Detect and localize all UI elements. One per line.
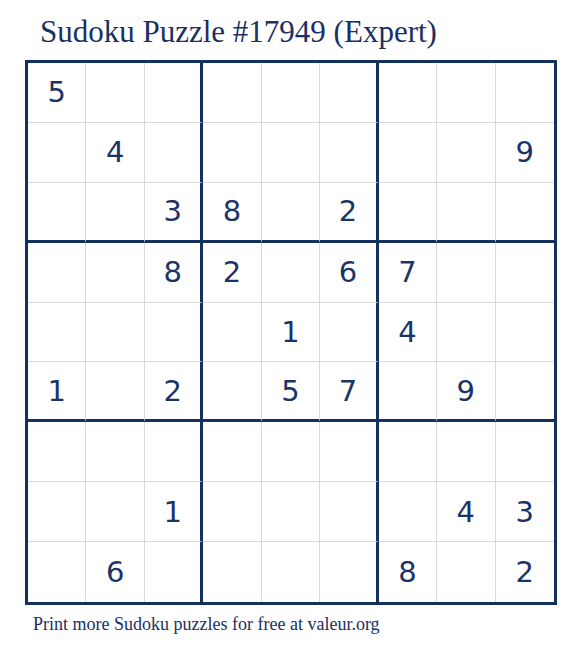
cell-r1c3 xyxy=(145,63,203,123)
cell-r2c6 xyxy=(320,123,378,183)
cell-r7c2 xyxy=(86,422,144,482)
cell-r2c5 xyxy=(262,123,320,183)
cell-r6c1: 1 xyxy=(28,362,86,422)
cell-r6c7 xyxy=(379,362,437,422)
cell-r8c4 xyxy=(203,482,261,542)
cell-r9c4 xyxy=(203,542,261,602)
cell-r7c1 xyxy=(28,422,86,482)
cell-r3c4: 8 xyxy=(203,183,261,243)
cell-r3c9 xyxy=(496,183,554,243)
cell-r9c2: 6 xyxy=(86,542,144,602)
sudoku-print-page: Sudoku Puzzle #17949 (Expert) 5493828267… xyxy=(0,0,580,651)
cell-r8c9: 3 xyxy=(496,482,554,542)
cell-r7c4 xyxy=(203,422,261,482)
cell-r9c6 xyxy=(320,542,378,602)
cell-r1c5 xyxy=(262,63,320,123)
cell-r6c4 xyxy=(203,362,261,422)
cell-r7c7 xyxy=(379,422,437,482)
cell-r2c3 xyxy=(145,123,203,183)
cell-r6c6: 7 xyxy=(320,362,378,422)
cell-r7c6 xyxy=(320,422,378,482)
cell-r4c5 xyxy=(262,243,320,303)
cell-r7c8 xyxy=(437,422,495,482)
cell-r4c7: 7 xyxy=(379,243,437,303)
cell-r6c9 xyxy=(496,362,554,422)
cell-r2c1 xyxy=(28,123,86,183)
cell-r4c1 xyxy=(28,243,86,303)
cell-r2c2: 4 xyxy=(86,123,144,183)
cell-r9c5 xyxy=(262,542,320,602)
cell-r1c8 xyxy=(437,63,495,123)
cell-r5c9 xyxy=(496,303,554,363)
cell-r3c3: 3 xyxy=(145,183,203,243)
cell-r8c8: 4 xyxy=(437,482,495,542)
cell-r7c9 xyxy=(496,422,554,482)
cell-r3c8 xyxy=(437,183,495,243)
cell-r5c2 xyxy=(86,303,144,363)
cell-r9c9: 2 xyxy=(496,542,554,602)
sudoku-board: 54938282671412579143682 xyxy=(25,60,557,605)
cell-r1c1: 5 xyxy=(28,63,86,123)
cell-r3c7 xyxy=(379,183,437,243)
cell-r1c6 xyxy=(320,63,378,123)
cell-r8c5 xyxy=(262,482,320,542)
cell-r6c5: 5 xyxy=(262,362,320,422)
cell-r2c8 xyxy=(437,123,495,183)
cell-r5c6 xyxy=(320,303,378,363)
cell-r8c6 xyxy=(320,482,378,542)
cell-r6c2 xyxy=(86,362,144,422)
footer-note: Print more Sudoku puzzles for free at va… xyxy=(33,614,380,635)
cell-r9c8 xyxy=(437,542,495,602)
cell-r4c4: 2 xyxy=(203,243,261,303)
cell-r1c4 xyxy=(203,63,261,123)
cell-r4c9 xyxy=(496,243,554,303)
cell-r8c1 xyxy=(28,482,86,542)
cell-r6c8: 9 xyxy=(437,362,495,422)
cell-r7c3 xyxy=(145,422,203,482)
cell-r2c7 xyxy=(379,123,437,183)
cell-r4c2 xyxy=(86,243,144,303)
cell-r3c2 xyxy=(86,183,144,243)
cell-r8c7 xyxy=(379,482,437,542)
cell-r4c6: 6 xyxy=(320,243,378,303)
cell-r8c2 xyxy=(86,482,144,542)
cell-r4c3: 8 xyxy=(145,243,203,303)
cell-r2c4 xyxy=(203,123,261,183)
cell-r4c8 xyxy=(437,243,495,303)
cell-r5c4 xyxy=(203,303,261,363)
page-title: Sudoku Puzzle #17949 (Expert) xyxy=(40,14,437,50)
cell-r5c8 xyxy=(437,303,495,363)
cell-r8c3: 1 xyxy=(145,482,203,542)
cell-r1c9 xyxy=(496,63,554,123)
cell-r1c7 xyxy=(379,63,437,123)
cell-r5c3 xyxy=(145,303,203,363)
cell-r9c1 xyxy=(28,542,86,602)
cell-r9c7: 8 xyxy=(379,542,437,602)
cell-r3c5 xyxy=(262,183,320,243)
cell-r6c3: 2 xyxy=(145,362,203,422)
cell-r5c7: 4 xyxy=(379,303,437,363)
cell-r5c1 xyxy=(28,303,86,363)
cell-r1c2 xyxy=(86,63,144,123)
cell-r2c9: 9 xyxy=(496,123,554,183)
cell-r3c1 xyxy=(28,183,86,243)
cell-r5c5: 1 xyxy=(262,303,320,363)
cell-r9c3 xyxy=(145,542,203,602)
cell-r7c5 xyxy=(262,422,320,482)
cell-r3c6: 2 xyxy=(320,183,378,243)
